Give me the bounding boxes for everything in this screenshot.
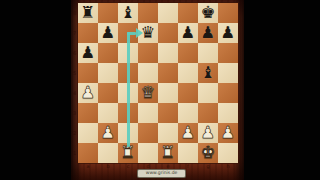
rank-label-7: 7 bbox=[71, 23, 78, 43]
square-d1 bbox=[138, 143, 158, 163]
rank-label-8: 8 bbox=[71, 3, 78, 23]
piece-black-pawn-f7: ♟ bbox=[178, 23, 198, 43]
move-arrow-head bbox=[136, 28, 143, 38]
square-g4 bbox=[198, 83, 218, 103]
move-arrow-horizontal bbox=[127, 32, 137, 35]
rank-label-1: 1 bbox=[71, 143, 78, 163]
square-e1: ♜ bbox=[158, 143, 178, 163]
square-b4 bbox=[98, 83, 118, 103]
rank-label-6: 6 bbox=[71, 43, 78, 63]
square-e2 bbox=[158, 123, 178, 143]
square-f3 bbox=[178, 103, 198, 123]
rank-label-5: 5 bbox=[71, 63, 78, 83]
square-d3 bbox=[138, 103, 158, 123]
square-h1 bbox=[218, 143, 238, 163]
square-g7: ♟ bbox=[198, 23, 218, 43]
piece-black-pawn-a6: ♟ bbox=[78, 43, 98, 63]
square-g8: ♚ bbox=[198, 3, 218, 23]
file-label-a: a bbox=[78, 163, 98, 170]
file-label-c: c bbox=[118, 163, 138, 170]
square-f4 bbox=[178, 83, 198, 103]
square-e3 bbox=[158, 103, 178, 123]
square-h5 bbox=[218, 63, 238, 83]
square-f8 bbox=[178, 3, 198, 23]
piece-white-pawn-b2: ♟ bbox=[98, 123, 118, 143]
square-f1 bbox=[178, 143, 198, 163]
rank-label-4: 4 bbox=[71, 83, 78, 103]
rank-label-3: 3 bbox=[71, 103, 78, 123]
square-h3 bbox=[218, 103, 238, 123]
square-a6: ♟ bbox=[78, 43, 98, 63]
piece-black-bishop-c8: ♝ bbox=[118, 3, 138, 23]
square-e8 bbox=[158, 3, 178, 23]
square-b8 bbox=[98, 3, 118, 23]
chess-board: ♜♝♚♟♛♟♟♟♟♝♟♛♟♟♟♟♜♜♚ bbox=[78, 3, 238, 163]
square-d5 bbox=[138, 63, 158, 83]
file-label-h: h bbox=[218, 163, 238, 170]
board-frame: 87654321 ♜♝♚♟♛♟♟♟♟♝♟♛♟♟♟♟♜♜♚ abcdefgh ww… bbox=[71, 0, 244, 180]
square-c8: ♝ bbox=[118, 3, 138, 23]
square-f6 bbox=[178, 43, 198, 63]
piece-white-pawn-g2: ♟ bbox=[198, 123, 218, 143]
square-a7 bbox=[78, 23, 98, 43]
square-a5 bbox=[78, 63, 98, 83]
square-h2: ♟ bbox=[218, 123, 238, 143]
square-g6 bbox=[198, 43, 218, 63]
square-a2 bbox=[78, 123, 98, 143]
square-d2 bbox=[138, 123, 158, 143]
square-e6 bbox=[158, 43, 178, 63]
square-f5 bbox=[178, 63, 198, 83]
piece-black-bishop-g5: ♝ bbox=[198, 63, 218, 83]
square-g5: ♝ bbox=[198, 63, 218, 83]
square-a4: ♟ bbox=[78, 83, 98, 103]
piece-white-queen-d4: ♛ bbox=[138, 83, 158, 103]
square-e4 bbox=[158, 83, 178, 103]
square-d8 bbox=[138, 3, 158, 23]
watermark-plaque: www.grinis.de bbox=[137, 169, 186, 178]
piece-white-king-g1: ♚ bbox=[198, 143, 218, 163]
square-d4: ♛ bbox=[138, 83, 158, 103]
rank-labels: 87654321 bbox=[71, 3, 78, 163]
piece-black-rook-a8: ♜ bbox=[78, 3, 98, 23]
piece-white-pawn-a4: ♟ bbox=[78, 83, 98, 103]
piece-black-pawn-b7: ♟ bbox=[98, 23, 118, 43]
square-b3 bbox=[98, 103, 118, 123]
square-f7: ♟ bbox=[178, 23, 198, 43]
square-d6 bbox=[138, 43, 158, 63]
piece-white-pawn-h2: ♟ bbox=[218, 123, 238, 143]
file-label-b: b bbox=[98, 163, 118, 170]
rank-label-2: 2 bbox=[71, 123, 78, 143]
video-frame: 87654321 ♜♝♚♟♛♟♟♟♟♝♟♛♟♟♟♟♜♜♚ abcdefgh ww… bbox=[0, 0, 320, 180]
square-f2: ♟ bbox=[178, 123, 198, 143]
square-e7 bbox=[158, 23, 178, 43]
piece-white-rook-e1: ♜ bbox=[158, 143, 178, 163]
watermark-text: www.grinis.de bbox=[146, 170, 178, 175]
square-b5 bbox=[98, 63, 118, 83]
square-h8 bbox=[218, 3, 238, 23]
square-b2: ♟ bbox=[98, 123, 118, 143]
square-b6 bbox=[98, 43, 118, 63]
square-b1 bbox=[98, 143, 118, 163]
piece-black-pawn-h7: ♟ bbox=[218, 23, 238, 43]
square-g1: ♚ bbox=[198, 143, 218, 163]
move-arrow-vertical bbox=[127, 32, 130, 148]
file-label-g: g bbox=[198, 163, 218, 170]
square-a1 bbox=[78, 143, 98, 163]
square-g3 bbox=[198, 103, 218, 123]
square-g2: ♟ bbox=[198, 123, 218, 143]
piece-black-pawn-g7: ♟ bbox=[198, 23, 218, 43]
square-a3 bbox=[78, 103, 98, 123]
piece-black-king-g8: ♚ bbox=[198, 3, 218, 23]
square-b7: ♟ bbox=[98, 23, 118, 43]
square-h7: ♟ bbox=[218, 23, 238, 43]
square-h6 bbox=[218, 43, 238, 63]
square-a8: ♜ bbox=[78, 3, 98, 23]
piece-white-pawn-f2: ♟ bbox=[178, 123, 198, 143]
square-e5 bbox=[158, 63, 178, 83]
square-h4 bbox=[218, 83, 238, 103]
